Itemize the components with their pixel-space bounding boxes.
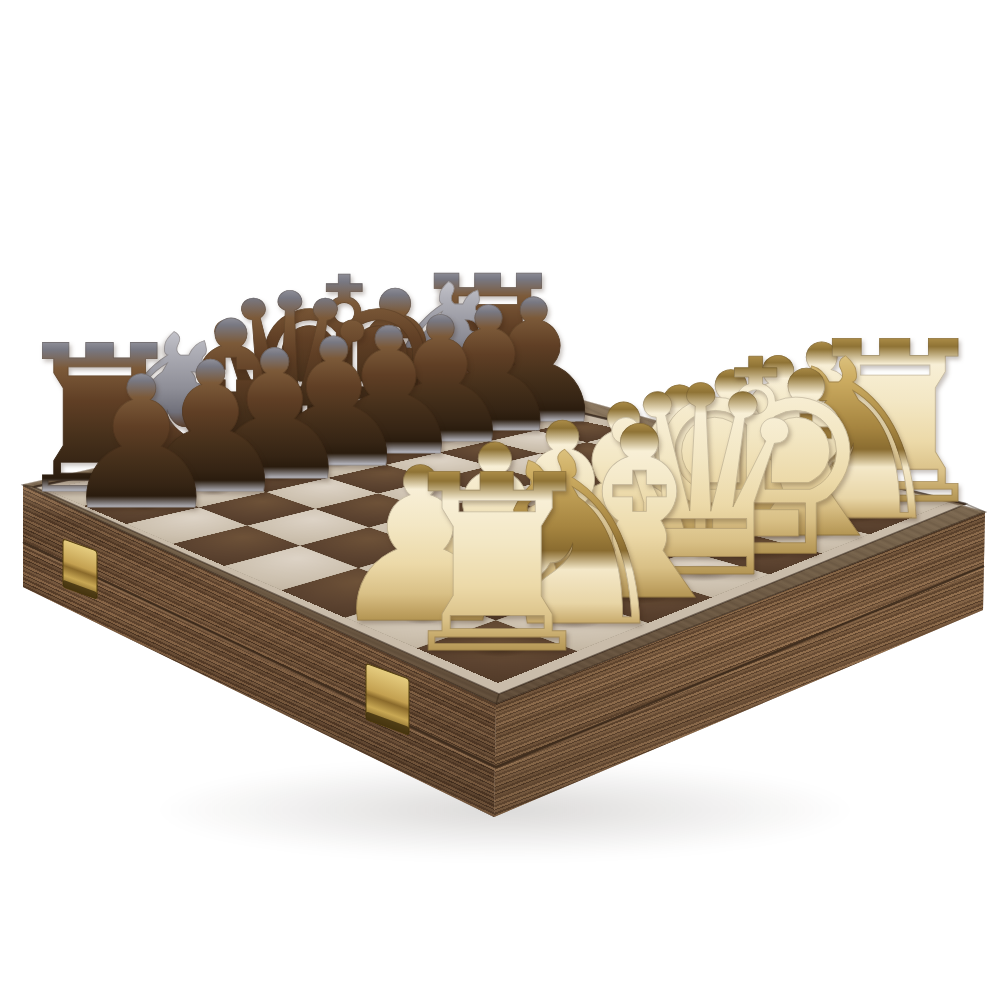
chess-set-product-photo: ♜♞♝♛♚♝♞♜♟♟♟♟♟♟♟♟♟♟♟♟♟♟♟♟♜♞♝♛♚♝♞♜ xyxy=(0,0,1000,1000)
piece-white-rook-a1[interactable]: ♜ xyxy=(387,445,606,690)
piece-black-pawn-a7[interactable]: ♟ xyxy=(59,353,223,536)
pieces-layer: ♜♞♝♛♚♝♞♜♟♟♟♟♟♟♟♟♟♟♟♟♟♟♟♟♜♞♝♛♚♝♞♜ xyxy=(0,0,1000,1000)
